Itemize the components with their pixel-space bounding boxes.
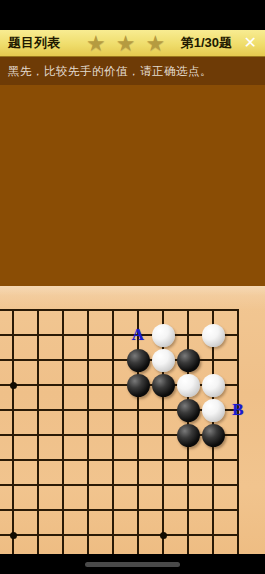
grid-line-vertical: [62, 309, 64, 554]
star-icon: ★: [145, 33, 165, 55]
hoshi-point: [10, 532, 17, 539]
problem-list-button[interactable]: 题目列表: [8, 34, 60, 52]
go-stone-white: [202, 374, 225, 397]
go-stone-white: [177, 374, 200, 397]
go-stone-white: [202, 324, 225, 347]
task-instruction: 黑先，比较先手的价值，请正确选点。: [8, 64, 212, 79]
grid-line-horizontal: [0, 534, 239, 536]
star-rating: ★★★: [86, 30, 165, 57]
grid-line-vertical: [112, 309, 114, 554]
nav-bar: 题目列表 ★★★ 第1/30题 ✕: [0, 30, 265, 57]
app-screen: 题目列表 ★★★ 第1/30题 ✕ 黑先，比较先手的价值，请正确选点。 AB: [0, 0, 265, 574]
grid-line-vertical: [137, 309, 139, 554]
hoshi-point: [10, 382, 17, 389]
point-label-B[interactable]: B: [232, 400, 243, 420]
hoshi-point: [160, 532, 167, 539]
bottom-system-bar: [0, 554, 265, 574]
go-stone-white: [152, 349, 175, 372]
go-stone-black: [177, 349, 200, 372]
problem-progress-label: 第1/30题: [181, 34, 232, 52]
grid-line-vertical: [87, 309, 89, 554]
home-indicator[interactable]: [85, 562, 180, 567]
grid-line-horizontal: [0, 309, 239, 311]
point-label-A[interactable]: A: [132, 325, 144, 345]
grid-line-horizontal: [0, 484, 239, 486]
grid-line-horizontal: [0, 459, 239, 461]
star-icon: ★: [86, 33, 106, 55]
grid-line-horizontal: [0, 509, 239, 511]
go-stone-black: [202, 424, 225, 447]
grid-line-vertical: [37, 309, 39, 554]
grid-line-horizontal: [0, 359, 239, 361]
go-board[interactable]: AB: [0, 286, 265, 554]
grid-line-vertical: [237, 309, 239, 554]
status-bar: [0, 0, 265, 30]
go-stone-white: [152, 324, 175, 347]
go-stone-black: [177, 424, 200, 447]
go-stone-white: [202, 399, 225, 422]
close-icon[interactable]: ✕: [244, 35, 257, 51]
go-stone-black: [152, 374, 175, 397]
go-stone-black: [127, 349, 150, 372]
star-icon: ★: [116, 33, 136, 55]
go-stone-black: [127, 374, 150, 397]
go-stone-black: [177, 399, 200, 422]
task-bar: 黑先，比较先手的价值，请正确选点。: [0, 57, 265, 85]
grid-line-vertical: [12, 309, 14, 554]
